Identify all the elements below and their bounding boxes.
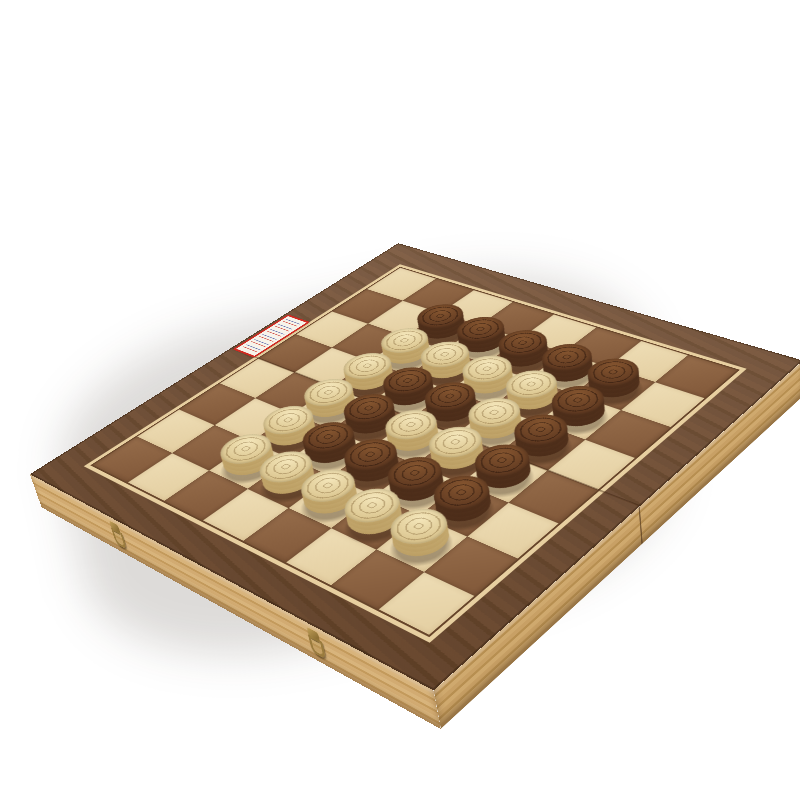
fold-seam-edge-joint [639, 506, 643, 544]
product-photo [0, 0, 800, 800]
clasp-hook [308, 634, 326, 659]
brass-clasp-icon [304, 625, 328, 663]
